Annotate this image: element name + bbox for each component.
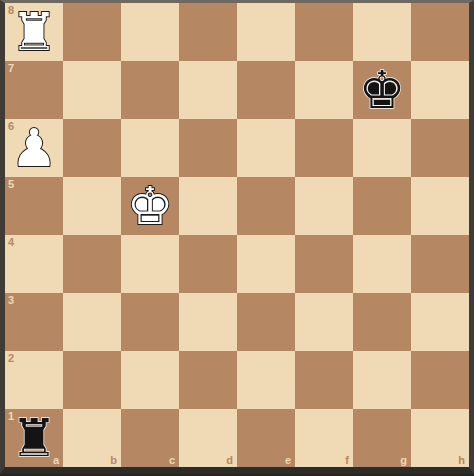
- rank-label-5: 5: [8, 178, 14, 190]
- square-g4[interactable]: [353, 235, 411, 293]
- square-g3[interactable]: [353, 293, 411, 351]
- square-d1[interactable]: d: [179, 409, 237, 467]
- square-e7[interactable]: [237, 61, 295, 119]
- square-h1[interactable]: h: [411, 409, 469, 467]
- square-f5[interactable]: [295, 177, 353, 235]
- square-e2[interactable]: [237, 351, 295, 409]
- rank-label-4: 4: [8, 236, 14, 248]
- square-h3[interactable]: [411, 293, 469, 351]
- square-b6[interactable]: [63, 119, 121, 177]
- square-d3[interactable]: [179, 293, 237, 351]
- square-d7[interactable]: [179, 61, 237, 119]
- square-c1[interactable]: c: [121, 409, 179, 467]
- square-g2[interactable]: [353, 351, 411, 409]
- square-h2[interactable]: [411, 351, 469, 409]
- square-b1[interactable]: b: [63, 409, 121, 467]
- square-f6[interactable]: [295, 119, 353, 177]
- square-d6[interactable]: [179, 119, 237, 177]
- file-label-c: c: [169, 454, 175, 466]
- square-b4[interactable]: [63, 235, 121, 293]
- square-d4[interactable]: [179, 235, 237, 293]
- square-g8[interactable]: [353, 3, 411, 61]
- file-label-h: h: [458, 454, 465, 466]
- square-f4[interactable]: [295, 235, 353, 293]
- square-h6[interactable]: [411, 119, 469, 177]
- file-label-g: g: [400, 454, 407, 466]
- square-a8[interactable]: 8♜: [5, 3, 63, 61]
- square-e8[interactable]: [237, 3, 295, 61]
- square-b5[interactable]: [63, 177, 121, 235]
- square-e6[interactable]: [237, 119, 295, 177]
- rank-label-8: 8: [8, 4, 14, 16]
- square-a4[interactable]: 4: [5, 235, 63, 293]
- square-f7[interactable]: [295, 61, 353, 119]
- square-c3[interactable]: [121, 293, 179, 351]
- square-b3[interactable]: [63, 293, 121, 351]
- rank-label-6: 6: [8, 120, 14, 132]
- square-f1[interactable]: f: [295, 409, 353, 467]
- square-a1[interactable]: 1a♜: [5, 409, 63, 467]
- black-king-icon[interactable]: ♚: [359, 61, 406, 119]
- white-pawn-icon[interactable]: ♟: [11, 119, 58, 177]
- square-b8[interactable]: [63, 3, 121, 61]
- square-c6[interactable]: [121, 119, 179, 177]
- file-label-e: e: [285, 454, 291, 466]
- white-rook-icon[interactable]: ♜: [11, 3, 58, 61]
- file-label-a: a: [53, 454, 59, 466]
- square-f3[interactable]: [295, 293, 353, 351]
- square-f8[interactable]: [295, 3, 353, 61]
- square-f2[interactable]: [295, 351, 353, 409]
- square-e1[interactable]: e: [237, 409, 295, 467]
- square-d2[interactable]: [179, 351, 237, 409]
- rank-label-1: 1: [8, 410, 14, 422]
- square-c2[interactable]: [121, 351, 179, 409]
- black-rook-icon[interactable]: ♜: [11, 409, 58, 467]
- square-c4[interactable]: [121, 235, 179, 293]
- square-h4[interactable]: [411, 235, 469, 293]
- square-c8[interactable]: [121, 3, 179, 61]
- square-d5[interactable]: [179, 177, 237, 235]
- square-g6[interactable]: [353, 119, 411, 177]
- square-g7[interactable]: ♚: [353, 61, 411, 119]
- white-king-icon[interactable]: ♚: [127, 177, 174, 235]
- square-a5[interactable]: 5: [5, 177, 63, 235]
- chess-board: 8♜7♚6♟5♚4321a♜bcdefgh: [5, 3, 469, 467]
- square-d8[interactable]: [179, 3, 237, 61]
- square-e4[interactable]: [237, 235, 295, 293]
- square-a7[interactable]: 7: [5, 61, 63, 119]
- square-c7[interactable]: [121, 61, 179, 119]
- square-h8[interactable]: [411, 3, 469, 61]
- square-a3[interactable]: 3: [5, 293, 63, 351]
- square-a2[interactable]: 2: [5, 351, 63, 409]
- square-b2[interactable]: [63, 351, 121, 409]
- square-g5[interactable]: [353, 177, 411, 235]
- square-c5[interactable]: ♚: [121, 177, 179, 235]
- file-label-b: b: [110, 454, 117, 466]
- square-h7[interactable]: [411, 61, 469, 119]
- square-h5[interactable]: [411, 177, 469, 235]
- square-a6[interactable]: 6♟: [5, 119, 63, 177]
- rank-label-7: 7: [8, 62, 14, 74]
- file-label-f: f: [345, 454, 349, 466]
- square-e5[interactable]: [237, 177, 295, 235]
- board-frame: 8♜7♚6♟5♚4321a♜bcdefgh: [0, 0, 474, 474]
- rank-label-3: 3: [8, 294, 14, 306]
- square-e3[interactable]: [237, 293, 295, 351]
- rank-label-2: 2: [8, 352, 14, 364]
- square-b7[interactable]: [63, 61, 121, 119]
- square-g1[interactable]: g: [353, 409, 411, 467]
- file-label-d: d: [226, 454, 233, 466]
